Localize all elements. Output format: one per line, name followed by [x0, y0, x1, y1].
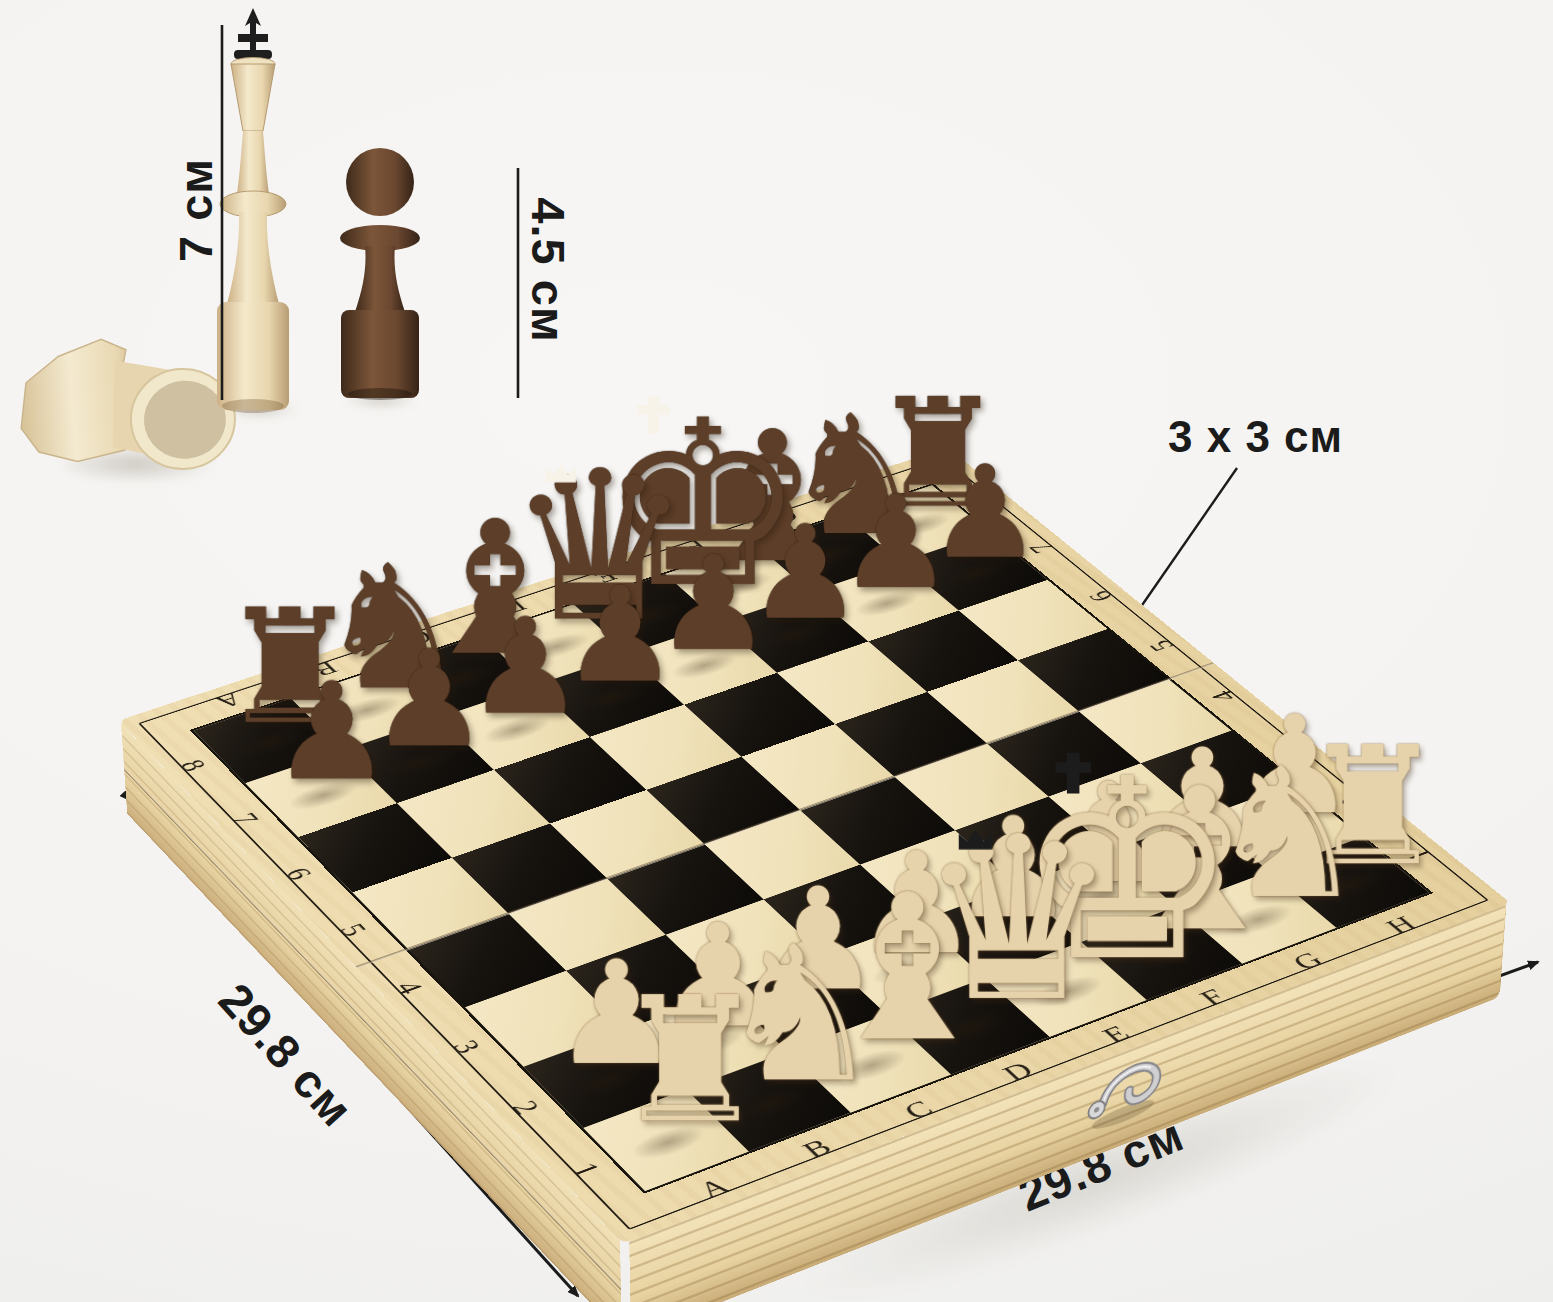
- product-photo-canvas: 7 см 4.5 см 3 x 3 см 29.8 см 29.8 см ABC…: [0, 0, 1553, 1302]
- coordinate-label: 8: [131, 736, 254, 795]
- dark-pawn-demo-piece: [333, 146, 427, 402]
- king-height-label: 7 см: [168, 130, 218, 290]
- rook-glyph: ♜: [613, 975, 767, 1147]
- square-size-label: 3 x 3 см: [1168, 412, 1343, 462]
- pawn-height-label: 4.5 см: [526, 190, 576, 350]
